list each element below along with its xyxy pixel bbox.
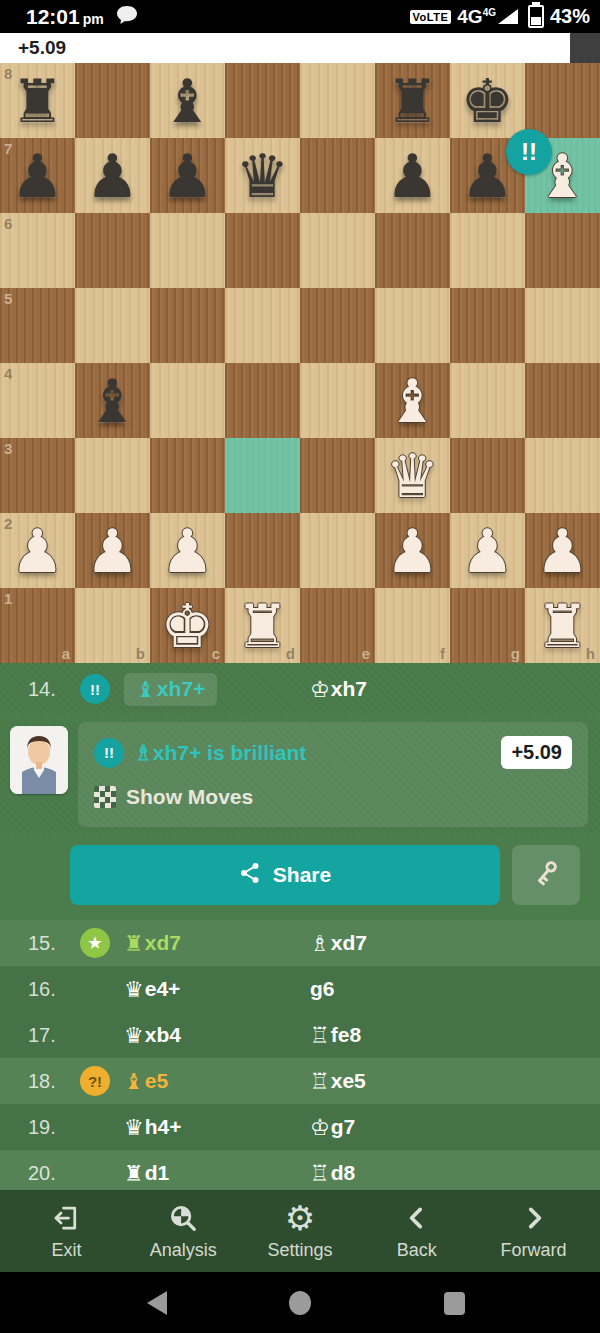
piece-glyph: ♛ <box>124 977 144 1002</box>
white-move-cell: ♛e4+ <box>124 977 310 1002</box>
square-d7[interactable]: ♛ <box>225 138 300 213</box>
white-move[interactable]: ♝xh7+ <box>124 673 217 706</box>
battery-icon <box>528 5 544 28</box>
nav-exit[interactable]: Exit <box>16 1202 116 1261</box>
android-nav-bar <box>0 1272 600 1333</box>
best-badge: ★ <box>80 928 110 958</box>
piece-glyph: ♜ <box>124 1161 144 1186</box>
white-move-cell: ♝e5 <box>124 1069 310 1094</box>
show-moves-checkerboard-icon <box>94 786 116 808</box>
square-a7[interactable]: 7♟ <box>0 138 75 213</box>
black-queen[interactable]: ♛ <box>225 138 300 213</box>
piece-glyph: ♝ <box>136 677 156 702</box>
piece-glyph: ♛ <box>124 1115 144 1140</box>
square-f7[interactable]: ♟ <box>375 138 450 213</box>
square-d6[interactable] <box>225 213 300 288</box>
white-move-cell: ♛h4+ <box>124 1115 310 1140</box>
white-move[interactable]: ♛xb4 <box>124 1023 181 1048</box>
square-g3[interactable] <box>450 438 525 513</box>
move-number: 14. <box>28 678 80 701</box>
rank-label: 3 <box>4 440 12 457</box>
square-g5[interactable] <box>450 288 525 363</box>
move-badge-slot: !! <box>80 674 124 704</box>
black-pawn[interactable]: ♟ <box>150 138 225 213</box>
square-c2[interactable]: ♟ <box>150 513 225 588</box>
move-number: 15. <box>28 932 80 955</box>
white-move[interactable]: ♜xd7 <box>124 931 181 956</box>
white-pawn[interactable]: ♟ <box>375 513 450 588</box>
move-text: e4+ <box>145 977 181 1001</box>
move-text: xh7 <box>331 677 367 701</box>
black-king[interactable]: ♚ <box>450 63 525 138</box>
square-a2[interactable]: 2♟ <box>0 513 75 588</box>
square-d2[interactable] <box>225 513 300 588</box>
square-f5[interactable] <box>375 288 450 363</box>
move-row[interactable]: 16.♛e4+g6 <box>0 966 600 1012</box>
eval-pill: +5.09 <box>501 736 572 769</box>
square-e4[interactable] <box>300 363 375 438</box>
square-a1[interactable]: 1a <box>0 588 75 663</box>
black-move[interactable]: ♔xh7 <box>310 677 367 702</box>
file-label: c <box>212 645 220 662</box>
square-b6[interactable] <box>75 213 150 288</box>
annotation-card[interactable]: !! ♗xh7+ is brilliant +5.09 Show Moves <box>78 722 588 827</box>
rank-label: 2 <box>4 515 12 532</box>
move-text: h4+ <box>145 1115 182 1139</box>
black-move-cell: ♖xe5 <box>310 1069 600 1094</box>
square-c7[interactable]: ♟ <box>150 138 225 213</box>
move-row[interactable]: 19.♛h4+♔g7 <box>0 1104 600 1150</box>
move-text: d1 <box>145 1161 170 1185</box>
square-b7[interactable]: ♟ <box>75 138 150 213</box>
square-b1[interactable]: b <box>75 588 150 663</box>
square-f6[interactable] <box>375 213 450 288</box>
show-moves-button[interactable]: Show Moves <box>126 785 253 809</box>
nav-forward[interactable]: Forward <box>484 1202 584 1261</box>
square-h3[interactable] <box>525 438 600 513</box>
black-pawn[interactable]: ♟ <box>375 138 450 213</box>
black-move-cell: ♔g7 <box>310 1115 600 1140</box>
android-home-icon[interactable] <box>289 1291 311 1315</box>
file-label: g <box>511 645 520 662</box>
square-b8[interactable] <box>75 63 150 138</box>
black-bishop[interactable]: ♝ <box>150 63 225 138</box>
dubious-badge: ?! <box>80 1066 110 1096</box>
piece-glyph: ♜ <box>124 931 144 956</box>
black-move-cell: ♖fe8 <box>310 1023 600 1048</box>
evaluation-black-segment <box>570 33 600 63</box>
android-recents-icon[interactable] <box>444 1292 465 1315</box>
move-number: 17. <box>28 1024 80 1047</box>
rank-label: 4 <box>4 365 12 382</box>
rank-label: 8 <box>4 65 12 82</box>
share-label: Share <box>273 863 331 887</box>
move-row[interactable]: 18.?!♝e5♖xe5 <box>0 1058 600 1104</box>
white-pawn[interactable]: ♟ <box>525 513 600 588</box>
square-d1[interactable]: d♜ <box>225 588 300 663</box>
share-section: Share <box>0 845 600 905</box>
move-text: g6 <box>310 977 335 1001</box>
square-d4[interactable] <box>225 363 300 438</box>
black-move-cell: g6 <box>310 977 600 1001</box>
square-g6[interactable] <box>450 213 525 288</box>
key-icon <box>531 858 561 892</box>
move-badge-slot: ?! <box>80 1066 124 1096</box>
white-move-cell: ♛xb4 <box>124 1023 310 1048</box>
square-b5[interactable] <box>75 288 150 363</box>
nav-settings[interactable]: ⚙ Settings <box>250 1202 350 1261</box>
square-e1[interactable]: e <box>300 588 375 663</box>
square-c5[interactable] <box>150 288 225 363</box>
black-move[interactable]: ♖d8 <box>310 1161 355 1186</box>
annotation-section: !! ♗xh7+ is brilliant +5.09 Show Moves <box>0 722 600 834</box>
brilliant-move-badge: !! <box>506 129 552 175</box>
rank-label: 5 <box>4 290 12 307</box>
square-c1[interactable]: c♚ <box>150 588 225 663</box>
move-text: g7 <box>331 1115 356 1139</box>
square-b3[interactable] <box>75 438 150 513</box>
gear-icon: ⚙ <box>285 1202 315 1234</box>
square-f3[interactable]: ♛ <box>375 438 450 513</box>
file-label: e <box>362 645 370 662</box>
piece-glyph: ♖ <box>310 1023 330 1048</box>
move-text: xe5 <box>331 1069 366 1093</box>
chevron-right-icon <box>521 1202 547 1234</box>
rank-label: 7 <box>4 140 12 157</box>
notification-bubble-icon <box>116 5 138 29</box>
evaluation-value: +5.09 <box>0 37 66 59</box>
clock: 12:01pm <box>26 5 104 29</box>
black-rook[interactable]: ♜ <box>375 63 450 138</box>
square-h8[interactable] <box>525 63 600 138</box>
square-g8[interactable]: ♚ <box>450 63 525 138</box>
square-d3[interactable] <box>225 438 300 513</box>
annotation-text: ♗xh7+ is brilliant <box>134 741 491 765</box>
black-pawn[interactable]: ♟ <box>75 138 150 213</box>
black-move[interactable]: ♔g7 <box>310 1115 355 1140</box>
square-b2[interactable]: ♟ <box>75 513 150 588</box>
black-move[interactable]: ♗xd7 <box>310 931 367 956</box>
move-list: 15.★♜xd7♗xd716.♛e4+g617.♛xb4♖fe818.?!♝e5… <box>0 920 600 1196</box>
move-row[interactable]: 17.♛xb4♖fe8 <box>0 1012 600 1058</box>
share-button[interactable]: Share <box>70 845 500 905</box>
square-e5[interactable] <box>300 288 375 363</box>
file-label: d <box>286 645 295 662</box>
white-pawn[interactable]: ♟ <box>75 513 150 588</box>
piece-glyph: ♛ <box>124 1023 144 1048</box>
square-g2[interactable]: ♟ <box>450 513 525 588</box>
square-f8[interactable]: ♜ <box>375 63 450 138</box>
square-c6[interactable] <box>150 213 225 288</box>
square-h4[interactable] <box>525 363 600 438</box>
square-a4[interactable]: 4 <box>0 363 75 438</box>
white-pawn[interactable]: ♟ <box>150 513 225 588</box>
piece-glyph: ♖ <box>310 1161 330 1186</box>
square-e6[interactable] <box>300 213 375 288</box>
move-number: 20. <box>28 1162 80 1185</box>
white-queen[interactable]: ♛ <box>375 438 450 513</box>
key-button[interactable] <box>512 845 580 905</box>
square-e2[interactable] <box>300 513 375 588</box>
move-text: xb4 <box>145 1023 181 1047</box>
square-h1[interactable]: h♜ <box>525 588 600 663</box>
white-move-cell: ♜d1 <box>124 1161 310 1186</box>
volte-badge: VoLTE <box>410 10 452 24</box>
nav-analysis-label: Analysis <box>150 1240 217 1261</box>
square-d8[interactable] <box>225 63 300 138</box>
white-move[interactable]: ♛e4+ <box>124 977 180 1002</box>
square-c8[interactable]: ♝ <box>150 63 225 138</box>
network-type: 4G4G <box>457 6 496 28</box>
rank-label: 6 <box>4 215 12 232</box>
current-move-row[interactable]: 14.!!♝xh7+♔xh7 <box>0 663 600 715</box>
file-label: h <box>586 645 595 662</box>
piece-glyph: ♔ <box>310 1115 330 1140</box>
nav-back-label: Back <box>397 1240 437 1261</box>
move-text: d8 <box>331 1161 356 1185</box>
nav-back[interactable]: Back <box>367 1202 467 1261</box>
square-c4[interactable] <box>150 363 225 438</box>
square-a5[interactable]: 5 <box>0 288 75 363</box>
square-h2[interactable]: ♟ <box>525 513 600 588</box>
piece-glyph: ♝ <box>124 1069 144 1094</box>
move-badge-slot: ★ <box>80 928 124 958</box>
black-move[interactable]: ♖xe5 <box>310 1069 366 1094</box>
move-number: 19. <box>28 1116 80 1139</box>
square-g4[interactable] <box>450 363 525 438</box>
move-text: e5 <box>145 1069 168 1093</box>
white-move[interactable]: ♜d1 <box>124 1161 169 1186</box>
move-row[interactable]: 15.★♜xd7♗xd7 <box>0 920 600 966</box>
nav-settings-label: Settings <box>267 1240 332 1261</box>
move-text: fe8 <box>331 1023 361 1047</box>
piece-glyph: ♖ <box>310 1069 330 1094</box>
square-a3[interactable]: 3 <box>0 438 75 513</box>
nav-forward-label: Forward <box>501 1240 567 1261</box>
square-a6[interactable]: 6 <box>0 213 75 288</box>
move-text: xd7 <box>331 931 367 955</box>
black-move-cell: ♔xh7 <box>310 677 600 702</box>
brilliant-badge: !! <box>80 674 110 704</box>
analysis-magnifier-icon <box>168 1202 198 1234</box>
square-c3[interactable] <box>150 438 225 513</box>
rank-label: 1 <box>4 590 12 607</box>
file-label: a <box>62 645 70 662</box>
nav-exit-label: Exit <box>51 1240 81 1261</box>
move-number: 18. <box>28 1070 80 1093</box>
white-move[interactable]: ♛h4+ <box>124 1115 182 1140</box>
square-e8[interactable] <box>300 63 375 138</box>
exit-icon <box>51 1202 81 1234</box>
square-b4[interactable]: ♝ <box>75 363 150 438</box>
white-move-cell: ♝xh7+ <box>124 673 310 706</box>
piece-glyph: ♗ <box>310 931 330 956</box>
black-move-cell: ♗xd7 <box>310 931 600 956</box>
white-pawn[interactable]: ♟ <box>450 513 525 588</box>
black-move-cell: ♖d8 <box>310 1161 600 1186</box>
square-a8[interactable]: 8♜ <box>0 63 75 138</box>
spacer <box>0 905 600 920</box>
square-h6[interactable] <box>525 213 600 288</box>
file-label: b <box>136 645 145 662</box>
white-move[interactable]: ♝e5 <box>124 1069 168 1094</box>
move-number: 16. <box>28 978 80 1001</box>
square-f2[interactable]: ♟ <box>375 513 450 588</box>
black-move[interactable]: ♖fe8 <box>310 1023 361 1048</box>
black-move[interactable]: g6 <box>310 977 335 1001</box>
white-bishop[interactable]: ♝ <box>375 363 450 438</box>
signal-strength-icon <box>498 9 518 24</box>
black-bishop[interactable]: ♝ <box>75 363 150 438</box>
bottom-navigation: Exit Analysis ⚙ Settings Back Forward <box>0 1190 600 1272</box>
chess-board[interactable]: !! 8♜♝♜♚7♟♟♟♛♟♟♝654♝♝3♛2♟♟♟♟♟♟1abc♚d♜efg… <box>0 63 600 663</box>
move-text: xh7+ <box>157 677 205 701</box>
white-move-cell: ♜xd7 <box>124 931 310 956</box>
evaluation-bar: +5.09 <box>0 33 600 63</box>
share-icon <box>239 862 261 889</box>
square-g1[interactable]: g <box>450 588 525 663</box>
square-f1[interactable]: f <box>375 588 450 663</box>
avatar[interactable] <box>10 726 68 794</box>
piece-glyph: ♔ <box>310 677 330 702</box>
square-e7[interactable] <box>300 138 375 213</box>
battery-percent: 43% <box>550 5 590 28</box>
nav-analysis[interactable]: Analysis <box>133 1202 233 1261</box>
file-label: f <box>440 645 445 662</box>
square-e3[interactable] <box>300 438 375 513</box>
chevron-left-icon <box>404 1202 430 1234</box>
android-back-icon[interactable] <box>147 1291 167 1315</box>
move-text: xd7 <box>145 931 181 955</box>
square-f4[interactable]: ♝ <box>375 363 450 438</box>
square-h5[interactable] <box>525 288 600 363</box>
square-d5[interactable] <box>225 288 300 363</box>
status-bar: 12:01pm VoLTE 4G4G 43% <box>0 0 600 33</box>
brilliant-badge: !! <box>94 738 124 768</box>
